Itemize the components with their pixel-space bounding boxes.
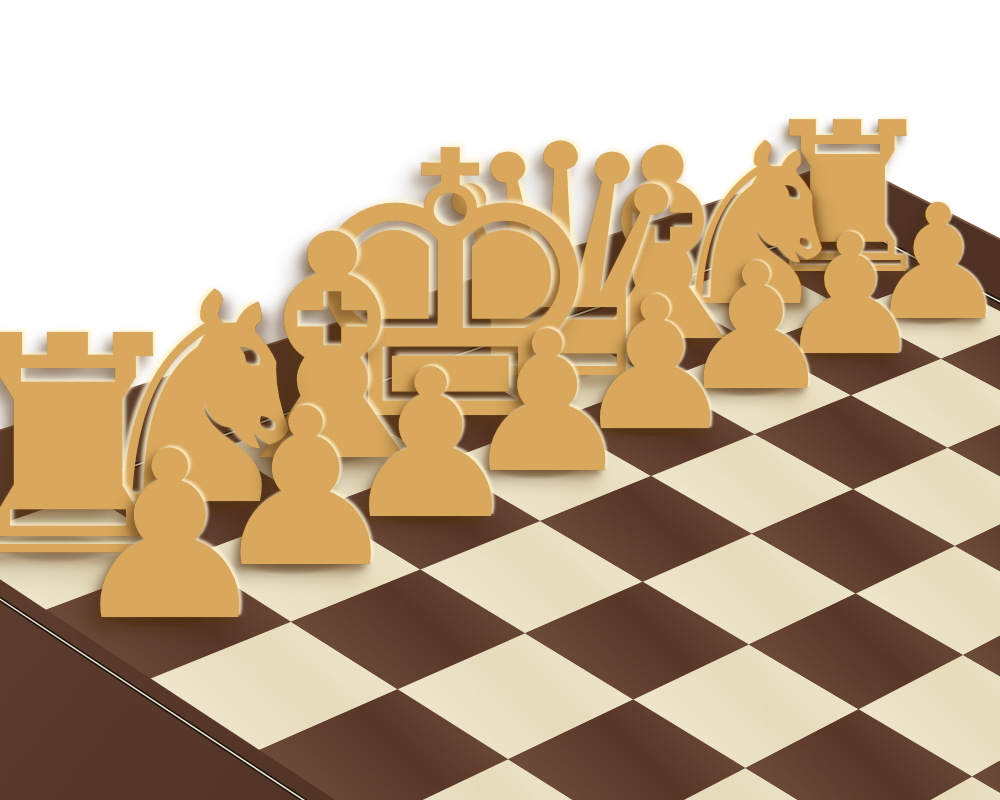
- chess-set-photo: ♜♞♝♚♛♝♞♜♟♟♟♟♟♟♟♟: [0, 0, 1000, 800]
- chess-board: [0, 0, 1000, 800]
